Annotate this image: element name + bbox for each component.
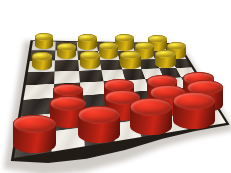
piece-yellow-d7[interactable] <box>99 42 118 59</box>
piece-top <box>80 51 101 60</box>
piece-top <box>57 43 76 51</box>
piece-top <box>78 106 120 124</box>
piece-red-g1[interactable] <box>173 92 215 129</box>
piece-yellow-e8[interactable] <box>115 34 134 50</box>
giant-checkers-photo <box>0 0 231 173</box>
piece-red-c1[interactable] <box>78 106 120 143</box>
piece-yellow-e6[interactable] <box>120 51 141 69</box>
piece-yellow-a6[interactable] <box>32 52 53 70</box>
piece-red-a1[interactable] <box>13 115 55 152</box>
piece-yellow-c6[interactable] <box>80 51 101 69</box>
piece-yellow-a8[interactable] <box>35 33 54 49</box>
piece-top <box>13 115 55 133</box>
piece-red-e1[interactable] <box>130 98 172 135</box>
piece-top <box>120 51 141 60</box>
piece-top <box>130 98 172 116</box>
piece-yellow-b7[interactable] <box>57 43 76 60</box>
piece-yellow-g6[interactable] <box>155 50 176 68</box>
piece-top <box>32 52 53 61</box>
piece-top <box>173 92 215 110</box>
piece-top <box>78 34 97 42</box>
piece-yellow-c8[interactable] <box>78 34 97 50</box>
